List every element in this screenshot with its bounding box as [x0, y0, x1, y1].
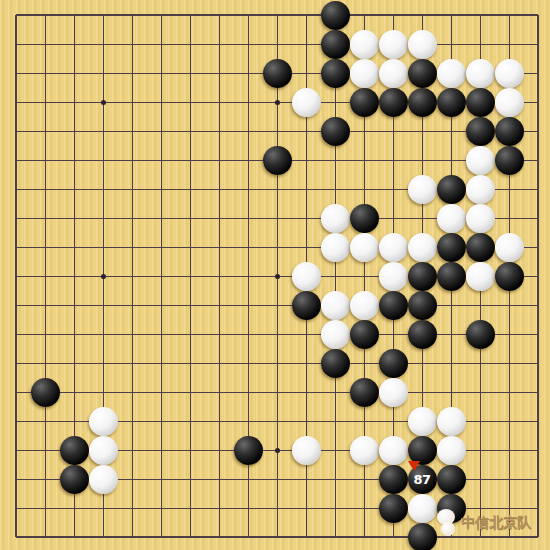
stone-black — [437, 465, 466, 494]
stone-white — [350, 291, 379, 320]
stone-white — [466, 175, 495, 204]
stone-white — [466, 146, 495, 175]
star-point — [101, 100, 106, 105]
grid-line-horizontal — [16, 334, 538, 335]
watermark-text: 中信北京队 — [461, 514, 531, 532]
stone-black — [466, 88, 495, 117]
stone-black — [321, 1, 350, 30]
stone-black — [437, 175, 466, 204]
stone-white — [379, 233, 408, 262]
stone-white — [89, 465, 118, 494]
mascot-body — [441, 522, 455, 536]
stone-black — [379, 88, 408, 117]
stone-white — [379, 378, 408, 407]
stone-black — [379, 494, 408, 523]
star-point — [275, 100, 280, 105]
stone-black — [60, 436, 89, 465]
stone-white — [350, 233, 379, 262]
grid-line-vertical — [335, 15, 336, 537]
stone-black — [408, 523, 437, 550]
stone-white — [495, 59, 524, 88]
stone-white — [437, 59, 466, 88]
stone-black — [495, 146, 524, 175]
stone-black — [321, 349, 350, 378]
stone-black — [495, 262, 524, 291]
move-number-label: 87 — [408, 465, 437, 494]
stone-white — [466, 262, 495, 291]
stone-black — [234, 436, 263, 465]
stone-black — [321, 117, 350, 146]
stone-white — [350, 30, 379, 59]
stone-white — [437, 407, 466, 436]
stone-white — [408, 233, 437, 262]
stone-black — [466, 117, 495, 146]
stone-white — [379, 262, 408, 291]
star-point — [101, 274, 106, 279]
stone-white — [437, 436, 466, 465]
stone-white — [408, 407, 437, 436]
stone-black — [31, 378, 60, 407]
stone-black — [466, 233, 495, 262]
stone-black — [495, 117, 524, 146]
stone-white — [350, 436, 379, 465]
stone-white — [408, 494, 437, 523]
grid-line-horizontal — [16, 392, 538, 393]
stone-black — [437, 494, 466, 523]
stone-white — [292, 436, 321, 465]
stone-white — [321, 204, 350, 233]
stone-black — [292, 291, 321, 320]
stone-white — [437, 204, 466, 233]
grid-line-vertical — [537, 15, 539, 537]
stone-white — [89, 407, 118, 436]
stone-white — [321, 291, 350, 320]
stone-black-marked: 87 — [408, 465, 437, 494]
stone-black — [408, 59, 437, 88]
stone-white — [379, 30, 408, 59]
stone-black — [379, 465, 408, 494]
stone-white — [379, 59, 408, 88]
stone-black — [350, 204, 379, 233]
stone-white — [408, 30, 437, 59]
stone-black — [350, 88, 379, 117]
grid-line-horizontal — [16, 305, 538, 306]
stone-black — [350, 320, 379, 349]
stone-white — [466, 59, 495, 88]
star-point — [275, 274, 280, 279]
stone-black — [263, 59, 292, 88]
stone-black — [321, 59, 350, 88]
stone-black — [437, 88, 466, 117]
grid-line-horizontal — [16, 536, 538, 538]
stone-white — [292, 88, 321, 117]
stone-black — [408, 320, 437, 349]
stone-white — [495, 88, 524, 117]
go-board-diagram: 87 中信北京队 — [0, 0, 550, 550]
stone-black — [466, 320, 495, 349]
grid-line-horizontal — [16, 363, 538, 364]
stone-white — [495, 233, 524, 262]
stone-white — [408, 175, 437, 204]
stone-black — [408, 291, 437, 320]
stone-black — [350, 378, 379, 407]
stone-black — [408, 262, 437, 291]
stone-black — [437, 233, 466, 262]
stone-black — [263, 146, 292, 175]
stone-white — [350, 59, 379, 88]
stone-white — [89, 436, 118, 465]
stone-white — [379, 436, 408, 465]
stone-white — [321, 233, 350, 262]
stone-black — [60, 465, 89, 494]
stone-black — [379, 349, 408, 378]
stone-black — [437, 262, 466, 291]
stone-black — [408, 88, 437, 117]
star-point — [275, 448, 280, 453]
stone-black — [321, 30, 350, 59]
stone-white — [321, 320, 350, 349]
stone-black — [379, 291, 408, 320]
stone-white — [292, 262, 321, 291]
stone-white — [466, 204, 495, 233]
